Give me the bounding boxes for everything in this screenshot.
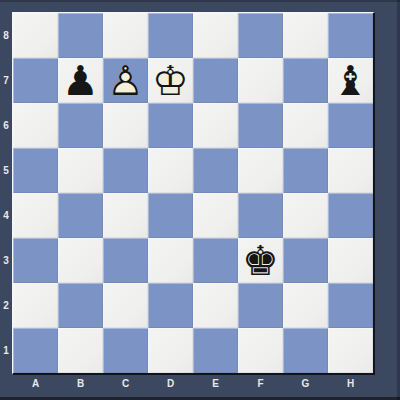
square-c3[interactable]	[103, 238, 148, 283]
white-king-glyph: ♚	[148, 58, 193, 103]
square-f5[interactable]	[238, 148, 283, 193]
square-e2[interactable]	[193, 283, 238, 328]
square-a2[interactable]	[13, 283, 58, 328]
rank-label-1: 1	[0, 328, 12, 373]
square-b6[interactable]	[58, 103, 103, 148]
file-label-c: C	[103, 376, 148, 397]
chess-diagram: 87654321 ♟♟♙♚♔♝♚ ABCDEFGH	[0, 0, 400, 400]
square-b7[interactable]: ♟	[58, 58, 103, 103]
file-labels: ABCDEFGH	[13, 376, 373, 397]
square-f7[interactable]	[238, 58, 283, 103]
square-h5[interactable]	[328, 148, 373, 193]
square-h3[interactable]	[328, 238, 373, 283]
white-pawn-glyph: ♟	[103, 58, 148, 103]
black-bishop-glyph: ♝	[328, 58, 373, 103]
square-f3[interactable]: ♚	[238, 238, 283, 283]
square-a7[interactable]	[13, 58, 58, 103]
white-king-glyph: ♔	[148, 58, 193, 103]
square-e4[interactable]	[193, 193, 238, 238]
file-label-d: D	[148, 376, 193, 397]
square-a4[interactable]	[13, 193, 58, 238]
rank-label-7: 7	[0, 58, 12, 103]
square-c1[interactable]	[103, 328, 148, 373]
square-f1[interactable]	[238, 328, 283, 373]
square-h7[interactable]: ♝	[328, 58, 373, 103]
black-king-f3: ♚	[238, 238, 283, 283]
square-e6[interactable]	[193, 103, 238, 148]
white-pawn-glyph: ♙	[103, 58, 148, 103]
square-c4[interactable]	[103, 193, 148, 238]
black-pawn-glyph: ♟	[58, 58, 103, 103]
square-d2[interactable]	[148, 283, 193, 328]
board: ♟♟♙♚♔♝♚	[12, 12, 375, 375]
square-f2[interactable]	[238, 283, 283, 328]
square-e5[interactable]	[193, 148, 238, 193]
rank-label-2: 2	[0, 283, 12, 328]
square-d3[interactable]	[148, 238, 193, 283]
square-h8[interactable]	[328, 13, 373, 58]
square-g2[interactable]	[283, 283, 328, 328]
square-c2[interactable]	[103, 283, 148, 328]
square-a8[interactable]	[13, 13, 58, 58]
white-pawn-c7: ♟♙	[103, 58, 148, 103]
square-d4[interactable]	[148, 193, 193, 238]
black-bishop-h7: ♝	[328, 58, 373, 103]
square-d6[interactable]	[148, 103, 193, 148]
square-b5[interactable]	[58, 148, 103, 193]
square-b3[interactable]	[58, 238, 103, 283]
square-f4[interactable]	[238, 193, 283, 238]
square-b2[interactable]	[58, 283, 103, 328]
square-b8[interactable]	[58, 13, 103, 58]
square-g7[interactable]	[283, 58, 328, 103]
square-h4[interactable]	[328, 193, 373, 238]
square-e1[interactable]	[193, 328, 238, 373]
square-e7[interactable]	[193, 58, 238, 103]
square-h1[interactable]	[328, 328, 373, 373]
rank-label-5: 5	[0, 148, 12, 193]
square-c8[interactable]	[103, 13, 148, 58]
square-a6[interactable]	[13, 103, 58, 148]
square-d8[interactable]	[148, 13, 193, 58]
square-g1[interactable]	[283, 328, 328, 373]
square-c5[interactable]	[103, 148, 148, 193]
file-label-f: F	[238, 376, 283, 397]
square-e8[interactable]	[193, 13, 238, 58]
rank-label-6: 6	[0, 103, 12, 148]
file-label-a: A	[13, 376, 58, 397]
rank-label-8: 8	[0, 13, 12, 58]
file-label-e: E	[193, 376, 238, 397]
square-d1[interactable]	[148, 328, 193, 373]
square-b1[interactable]	[58, 328, 103, 373]
file-label-b: B	[58, 376, 103, 397]
rank-label-4: 4	[0, 193, 12, 238]
square-c6[interactable]	[103, 103, 148, 148]
square-g3[interactable]	[283, 238, 328, 283]
black-pawn-b7: ♟	[58, 58, 103, 103]
square-a3[interactable]	[13, 238, 58, 283]
white-king-d7: ♚♔	[148, 58, 193, 103]
square-c7[interactable]: ♟♙	[103, 58, 148, 103]
square-a1[interactable]	[13, 328, 58, 373]
square-e3[interactable]	[193, 238, 238, 283]
frame-top-edge	[0, 0, 400, 2]
square-g8[interactable]	[283, 13, 328, 58]
square-h6[interactable]	[328, 103, 373, 148]
square-g4[interactable]	[283, 193, 328, 238]
square-f8[interactable]	[238, 13, 283, 58]
file-label-h: H	[328, 376, 373, 397]
file-label-g: G	[283, 376, 328, 397]
square-h2[interactable]	[328, 283, 373, 328]
square-f6[interactable]	[238, 103, 283, 148]
square-g6[interactable]	[283, 103, 328, 148]
square-d7[interactable]: ♚♔	[148, 58, 193, 103]
square-g5[interactable]	[283, 148, 328, 193]
square-d5[interactable]	[148, 148, 193, 193]
square-a5[interactable]	[13, 148, 58, 193]
square-b4[interactable]	[58, 193, 103, 238]
rank-label-3: 3	[0, 238, 12, 283]
black-king-glyph: ♚	[238, 238, 283, 283]
rank-labels: 87654321	[0, 13, 12, 373]
